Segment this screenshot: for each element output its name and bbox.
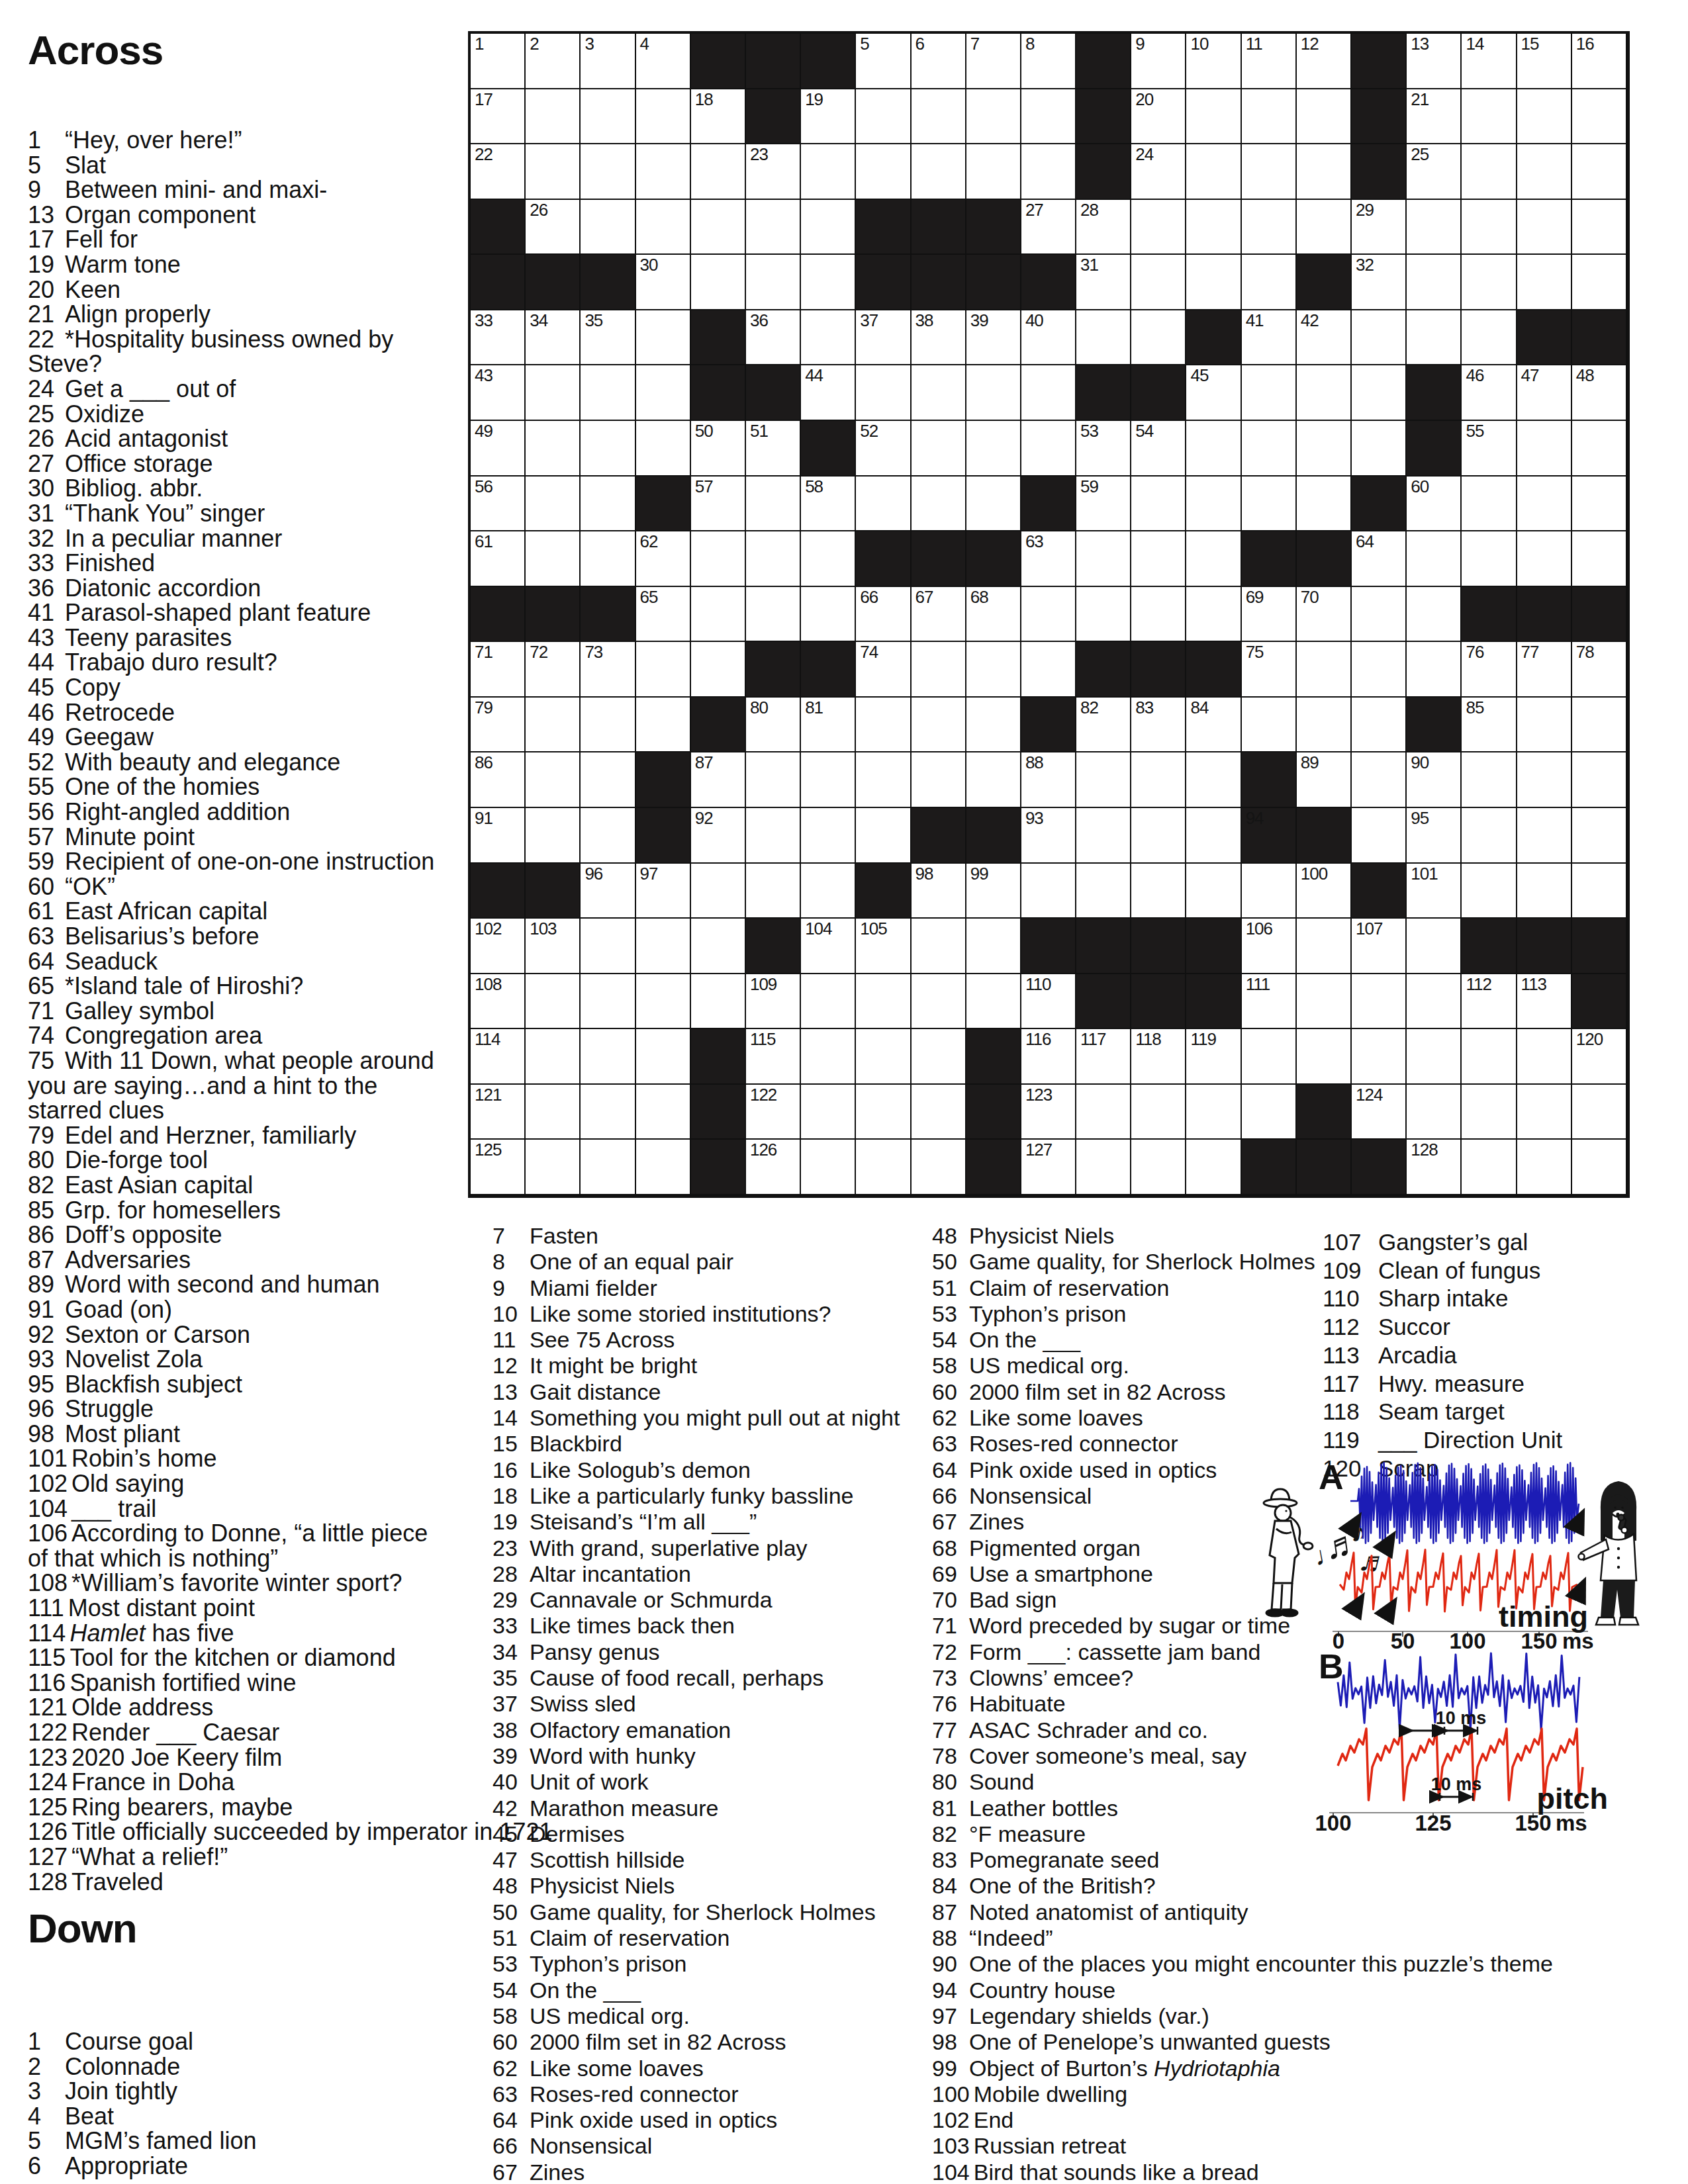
grid-cell-r17c16[interactable] bbox=[1352, 974, 1407, 1030]
grid-cell-r13c5[interactable] bbox=[746, 752, 801, 808]
grid-cell-r3c14[interactable] bbox=[1242, 200, 1297, 255]
grid-cell-r16c6[interactable]: 104 bbox=[801, 919, 856, 974]
grid-cell-r4c19[interactable] bbox=[1517, 255, 1572, 310]
grid-cell-r2c17[interactable]: 25 bbox=[1407, 144, 1462, 200]
grid-cell-r10c15[interactable]: 70 bbox=[1297, 587, 1352, 643]
grid-cell-r2c0[interactable]: 22 bbox=[471, 144, 526, 200]
grid-cell-r1c0[interactable]: 17 bbox=[471, 89, 526, 145]
grid-cell-r9c16[interactable]: 64 bbox=[1352, 531, 1407, 587]
grid-cell-r10c7[interactable]: 66 bbox=[856, 587, 911, 643]
grid-cell-r0c8[interactable]: 6 bbox=[912, 34, 966, 89]
grid-cell-r13c16[interactable] bbox=[1352, 752, 1407, 808]
grid-cell-r19c5[interactable]: 122 bbox=[746, 1085, 801, 1140]
grid-cell-r6c1[interactable] bbox=[526, 365, 581, 421]
grid-cell-r12c0[interactable]: 79 bbox=[471, 698, 526, 753]
grid-cell-r11c4[interactable] bbox=[691, 642, 746, 698]
grid-cell-r1c19[interactable] bbox=[1517, 89, 1572, 145]
grid-cell-r11c7[interactable]: 74 bbox=[856, 642, 911, 698]
grid-cell-r15c10[interactable] bbox=[1021, 864, 1076, 919]
grid-cell-r0c18[interactable]: 14 bbox=[1462, 34, 1517, 89]
grid-cell-r6c0[interactable]: 43 bbox=[471, 365, 526, 421]
grid-cell-r4c5[interactable] bbox=[746, 255, 801, 310]
grid-cell-r16c0[interactable]: 102 bbox=[471, 919, 526, 974]
grid-cell-r19c18[interactable] bbox=[1462, 1085, 1517, 1140]
grid-cell-r13c10[interactable]: 88 bbox=[1021, 752, 1076, 808]
grid-cell-r3c16[interactable]: 29 bbox=[1352, 200, 1407, 255]
grid-cell-r9c1[interactable] bbox=[526, 531, 581, 587]
grid-cell-r18c1[interactable] bbox=[526, 1029, 581, 1085]
grid-cell-r11c19[interactable]: 77 bbox=[1517, 642, 1572, 698]
grid-cell-r12c3[interactable] bbox=[636, 698, 691, 753]
grid-cell-r13c4[interactable]: 87 bbox=[691, 752, 746, 808]
grid-cell-r17c0[interactable]: 108 bbox=[471, 974, 526, 1030]
grid-cell-r0c10[interactable]: 8 bbox=[1021, 34, 1076, 89]
grid-cell-r11c14[interactable]: 75 bbox=[1242, 642, 1297, 698]
grid-cell-r18c3[interactable] bbox=[636, 1029, 691, 1085]
grid-cell-r7c2[interactable] bbox=[581, 421, 635, 477]
grid-cell-r17c15[interactable] bbox=[1297, 974, 1352, 1030]
grid-cell-r0c3[interactable]: 4 bbox=[636, 34, 691, 89]
grid-cell-r20c0[interactable]: 125 bbox=[471, 1140, 526, 1195]
grid-cell-r3c3[interactable] bbox=[636, 200, 691, 255]
grid-cell-r12c16[interactable] bbox=[1352, 698, 1407, 753]
grid-cell-r3c18[interactable] bbox=[1462, 200, 1517, 255]
grid-cell-r2c2[interactable] bbox=[581, 144, 635, 200]
grid-cell-r3c5[interactable] bbox=[746, 200, 801, 255]
grid-cell-r11c0[interactable]: 71 bbox=[471, 642, 526, 698]
grid-cell-r12c20[interactable] bbox=[1572, 698, 1627, 753]
grid-cell-r13c9[interactable] bbox=[966, 752, 1021, 808]
grid-cell-r12c11[interactable]: 82 bbox=[1076, 698, 1131, 753]
grid-cell-r14c10[interactable]: 93 bbox=[1021, 808, 1076, 864]
grid-cell-r4c18[interactable] bbox=[1462, 255, 1517, 310]
grid-cell-r11c8[interactable] bbox=[912, 642, 966, 698]
grid-cell-r6c20[interactable]: 48 bbox=[1572, 365, 1627, 421]
grid-cell-r10c14[interactable]: 69 bbox=[1242, 587, 1297, 643]
grid-cell-r19c20[interactable] bbox=[1572, 1085, 1627, 1140]
grid-cell-r0c0[interactable]: 1 bbox=[471, 34, 526, 89]
grid-cell-r13c19[interactable] bbox=[1517, 752, 1572, 808]
grid-cell-r8c19[interactable] bbox=[1517, 477, 1572, 532]
grid-cell-r1c2[interactable] bbox=[581, 89, 635, 145]
grid-cell-r19c2[interactable] bbox=[581, 1085, 635, 1140]
grid-cell-r6c14[interactable] bbox=[1242, 365, 1297, 421]
grid-cell-r16c4[interactable] bbox=[691, 919, 746, 974]
grid-cell-r11c16[interactable] bbox=[1352, 642, 1407, 698]
grid-cell-r0c17[interactable]: 13 bbox=[1407, 34, 1462, 89]
grid-cell-r0c14[interactable]: 11 bbox=[1242, 34, 1297, 89]
grid-cell-r0c15[interactable]: 12 bbox=[1297, 34, 1352, 89]
grid-cell-r18c10[interactable]: 116 bbox=[1021, 1029, 1076, 1085]
grid-cell-r7c20[interactable] bbox=[1572, 421, 1627, 477]
grid-cell-r7c12[interactable]: 54 bbox=[1131, 421, 1186, 477]
grid-cell-r2c19[interactable] bbox=[1517, 144, 1572, 200]
grid-cell-r18c6[interactable] bbox=[801, 1029, 856, 1085]
grid-cell-r11c9[interactable] bbox=[966, 642, 1021, 698]
grid-cell-r13c20[interactable] bbox=[1572, 752, 1627, 808]
grid-cell-r9c11[interactable] bbox=[1076, 531, 1131, 587]
grid-cell-r10c12[interactable] bbox=[1131, 587, 1186, 643]
grid-cell-r18c0[interactable]: 114 bbox=[471, 1029, 526, 1085]
grid-cell-r14c19[interactable] bbox=[1517, 808, 1572, 864]
grid-cell-r5c7[interactable]: 37 bbox=[856, 310, 911, 366]
grid-cell-r19c3[interactable] bbox=[636, 1085, 691, 1140]
grid-cell-r6c7[interactable] bbox=[856, 365, 911, 421]
grid-cell-r5c16[interactable] bbox=[1352, 310, 1407, 366]
grid-cell-r2c12[interactable]: 24 bbox=[1131, 144, 1186, 200]
grid-cell-r5c17[interactable] bbox=[1407, 310, 1462, 366]
grid-cell-r1c15[interactable] bbox=[1297, 89, 1352, 145]
grid-cell-r12c18[interactable]: 85 bbox=[1462, 698, 1517, 753]
grid-cell-r2c1[interactable] bbox=[526, 144, 581, 200]
grid-cell-r7c13[interactable] bbox=[1186, 421, 1241, 477]
grid-cell-r1c4[interactable]: 18 bbox=[691, 89, 746, 145]
grid-cell-r5c9[interactable]: 39 bbox=[966, 310, 1021, 366]
grid-cell-r17c8[interactable] bbox=[912, 974, 966, 1030]
grid-cell-r8c15[interactable] bbox=[1297, 477, 1352, 532]
grid-cell-r17c7[interactable] bbox=[856, 974, 911, 1030]
grid-cell-r7c5[interactable]: 51 bbox=[746, 421, 801, 477]
grid-cell-r17c9[interactable] bbox=[966, 974, 1021, 1030]
grid-cell-r3c12[interactable] bbox=[1131, 200, 1186, 255]
grid-cell-r7c10[interactable] bbox=[1021, 421, 1076, 477]
grid-cell-r13c12[interactable] bbox=[1131, 752, 1186, 808]
grid-cell-r18c12[interactable]: 118 bbox=[1131, 1029, 1186, 1085]
grid-cell-r11c2[interactable]: 73 bbox=[581, 642, 635, 698]
grid-cell-r10c11[interactable] bbox=[1076, 587, 1131, 643]
grid-cell-r4c13[interactable] bbox=[1186, 255, 1241, 310]
grid-cell-r3c2[interactable] bbox=[581, 200, 635, 255]
grid-cell-r15c15[interactable]: 100 bbox=[1297, 864, 1352, 919]
grid-cell-r14c6[interactable] bbox=[801, 808, 856, 864]
grid-cell-r1c10[interactable] bbox=[1021, 89, 1076, 145]
grid-cell-r11c10[interactable] bbox=[1021, 642, 1076, 698]
grid-cell-r7c0[interactable]: 49 bbox=[471, 421, 526, 477]
grid-cell-r13c7[interactable] bbox=[856, 752, 911, 808]
grid-cell-r15c5[interactable] bbox=[746, 864, 801, 919]
grid-cell-r16c9[interactable] bbox=[966, 919, 1021, 974]
grid-cell-r8c4[interactable]: 57 bbox=[691, 477, 746, 532]
grid-cell-r18c20[interactable]: 120 bbox=[1572, 1029, 1627, 1085]
grid-cell-r17c6[interactable] bbox=[801, 974, 856, 1030]
grid-cell-r17c17[interactable] bbox=[1407, 974, 1462, 1030]
grid-cell-r12c2[interactable] bbox=[581, 698, 635, 753]
grid-cell-r17c18[interactable]: 112 bbox=[1462, 974, 1517, 1030]
grid-cell-r16c14[interactable]: 106 bbox=[1242, 919, 1297, 974]
grid-cell-r13c8[interactable] bbox=[912, 752, 966, 808]
grid-cell-r14c18[interactable] bbox=[1462, 808, 1517, 864]
grid-cell-r14c2[interactable] bbox=[581, 808, 635, 864]
grid-cell-r6c18[interactable]: 46 bbox=[1462, 365, 1517, 421]
grid-cell-r15c18[interactable] bbox=[1462, 864, 1517, 919]
grid-cell-r0c13[interactable]: 10 bbox=[1186, 34, 1241, 89]
grid-cell-r12c9[interactable] bbox=[966, 698, 1021, 753]
grid-cell-r1c1[interactable] bbox=[526, 89, 581, 145]
grid-cell-r8c13[interactable] bbox=[1186, 477, 1241, 532]
grid-cell-r0c7[interactable]: 5 bbox=[856, 34, 911, 89]
grid-cell-r7c4[interactable]: 50 bbox=[691, 421, 746, 477]
grid-cell-r9c13[interactable] bbox=[1186, 531, 1241, 587]
grid-cell-r1c8[interactable] bbox=[912, 89, 966, 145]
grid-cell-r14c16[interactable] bbox=[1352, 808, 1407, 864]
grid-cell-r8c20[interactable] bbox=[1572, 477, 1627, 532]
grid-cell-r6c6[interactable]: 44 bbox=[801, 365, 856, 421]
grid-cell-r6c2[interactable] bbox=[581, 365, 635, 421]
grid-cell-r15c14[interactable] bbox=[1242, 864, 1297, 919]
grid-cell-r19c10[interactable]: 123 bbox=[1021, 1085, 1076, 1140]
grid-cell-r11c1[interactable]: 72 bbox=[526, 642, 581, 698]
grid-cell-r8c12[interactable] bbox=[1131, 477, 1186, 532]
grid-cell-r6c13[interactable]: 45 bbox=[1186, 365, 1241, 421]
grid-cell-r12c19[interactable] bbox=[1517, 698, 1572, 753]
grid-cell-r12c5[interactable]: 80 bbox=[746, 698, 801, 753]
grid-cell-r9c3[interactable]: 62 bbox=[636, 531, 691, 587]
grid-cell-r18c17[interactable] bbox=[1407, 1029, 1462, 1085]
grid-cell-r18c11[interactable]: 117 bbox=[1076, 1029, 1131, 1085]
grid-cell-r2c10[interactable] bbox=[1021, 144, 1076, 200]
grid-cell-r9c18[interactable] bbox=[1462, 531, 1517, 587]
grid-cell-r14c12[interactable] bbox=[1131, 808, 1186, 864]
grid-cell-r14c17[interactable]: 95 bbox=[1407, 808, 1462, 864]
grid-cell-r20c1[interactable] bbox=[526, 1140, 581, 1195]
grid-cell-r14c13[interactable] bbox=[1186, 808, 1241, 864]
grid-cell-r20c19[interactable] bbox=[1517, 1140, 1572, 1195]
grid-cell-r5c5[interactable]: 36 bbox=[746, 310, 801, 366]
grid-cell-r3c10[interactable]: 27 bbox=[1021, 200, 1076, 255]
grid-cell-r2c18[interactable] bbox=[1462, 144, 1517, 200]
grid-cell-r7c7[interactable]: 52 bbox=[856, 421, 911, 477]
grid-cell-r13c1[interactable] bbox=[526, 752, 581, 808]
grid-cell-r19c16[interactable]: 124 bbox=[1352, 1085, 1407, 1140]
grid-cell-r9c19[interactable] bbox=[1517, 531, 1572, 587]
grid-cell-r5c18[interactable] bbox=[1462, 310, 1517, 366]
grid-cell-r20c17[interactable]: 128 bbox=[1407, 1140, 1462, 1195]
grid-cell-r1c6[interactable]: 19 bbox=[801, 89, 856, 145]
grid-cell-r7c15[interactable] bbox=[1297, 421, 1352, 477]
grid-cell-r5c11[interactable] bbox=[1076, 310, 1131, 366]
grid-cell-r10c10[interactable] bbox=[1021, 587, 1076, 643]
grid-cell-r2c14[interactable] bbox=[1242, 144, 1297, 200]
grid-cell-r14c4[interactable]: 92 bbox=[691, 808, 746, 864]
grid-cell-r15c12[interactable] bbox=[1131, 864, 1186, 919]
grid-cell-r15c9[interactable]: 99 bbox=[966, 864, 1021, 919]
grid-cell-r8c2[interactable] bbox=[581, 477, 635, 532]
grid-cell-r0c1[interactable]: 2 bbox=[526, 34, 581, 89]
grid-cell-r10c17[interactable] bbox=[1407, 587, 1462, 643]
grid-cell-r17c3[interactable] bbox=[636, 974, 691, 1030]
grid-cell-r5c3[interactable] bbox=[636, 310, 691, 366]
grid-cell-r12c12[interactable]: 83 bbox=[1131, 698, 1186, 753]
grid-cell-r17c14[interactable]: 111 bbox=[1242, 974, 1297, 1030]
grid-cell-r13c2[interactable] bbox=[581, 752, 635, 808]
grid-cell-r5c0[interactable]: 33 bbox=[471, 310, 526, 366]
grid-cell-r20c11[interactable] bbox=[1076, 1140, 1131, 1195]
grid-cell-r7c14[interactable] bbox=[1242, 421, 1297, 477]
grid-cell-r13c11[interactable] bbox=[1076, 752, 1131, 808]
grid-cell-r15c8[interactable]: 98 bbox=[912, 864, 966, 919]
grid-cell-r3c20[interactable] bbox=[1572, 200, 1627, 255]
grid-cell-r8c0[interactable]: 56 bbox=[471, 477, 526, 532]
grid-cell-r8c8[interactable] bbox=[912, 477, 966, 532]
grid-cell-r14c11[interactable] bbox=[1076, 808, 1131, 864]
grid-cell-r9c12[interactable] bbox=[1131, 531, 1186, 587]
grid-cell-r15c13[interactable] bbox=[1186, 864, 1241, 919]
grid-cell-r17c1[interactable] bbox=[526, 974, 581, 1030]
grid-cell-r1c3[interactable] bbox=[636, 89, 691, 145]
grid-cell-r9c5[interactable] bbox=[746, 531, 801, 587]
grid-cell-r2c4[interactable] bbox=[691, 144, 746, 200]
grid-cell-r5c2[interactable]: 35 bbox=[581, 310, 635, 366]
grid-cell-r20c6[interactable] bbox=[801, 1140, 856, 1195]
grid-cell-r20c5[interactable]: 126 bbox=[746, 1140, 801, 1195]
grid-cell-r2c13[interactable] bbox=[1186, 144, 1241, 200]
grid-cell-r15c6[interactable] bbox=[801, 864, 856, 919]
grid-cell-r0c9[interactable]: 7 bbox=[966, 34, 1021, 89]
grid-cell-r7c8[interactable] bbox=[912, 421, 966, 477]
grid-cell-r19c6[interactable] bbox=[801, 1085, 856, 1140]
grid-cell-r9c17[interactable] bbox=[1407, 531, 1462, 587]
grid-cell-r8c11[interactable]: 59 bbox=[1076, 477, 1131, 532]
grid-cell-r2c9[interactable] bbox=[966, 144, 1021, 200]
grid-cell-r20c18[interactable] bbox=[1462, 1140, 1517, 1195]
grid-cell-r19c7[interactable] bbox=[856, 1085, 911, 1140]
grid-cell-r3c11[interactable]: 28 bbox=[1076, 200, 1131, 255]
grid-cell-r7c3[interactable] bbox=[636, 421, 691, 477]
grid-cell-r2c3[interactable] bbox=[636, 144, 691, 200]
grid-cell-r12c6[interactable]: 81 bbox=[801, 698, 856, 753]
grid-cell-r1c13[interactable] bbox=[1186, 89, 1241, 145]
grid-cell-r5c6[interactable] bbox=[801, 310, 856, 366]
grid-cell-r5c8[interactable]: 38 bbox=[912, 310, 966, 366]
grid-cell-r10c16[interactable] bbox=[1352, 587, 1407, 643]
grid-cell-r16c2[interactable] bbox=[581, 919, 635, 974]
grid-cell-r0c2[interactable]: 3 bbox=[581, 34, 635, 89]
grid-cell-r10c5[interactable] bbox=[746, 587, 801, 643]
grid-cell-r14c5[interactable] bbox=[746, 808, 801, 864]
grid-cell-r8c1[interactable] bbox=[526, 477, 581, 532]
grid-cell-r18c2[interactable] bbox=[581, 1029, 635, 1085]
grid-cell-r4c14[interactable] bbox=[1242, 255, 1297, 310]
grid-cell-r4c16[interactable]: 32 bbox=[1352, 255, 1407, 310]
grid-cell-r16c3[interactable] bbox=[636, 919, 691, 974]
grid-cell-r6c10[interactable] bbox=[1021, 365, 1076, 421]
grid-cell-r15c3[interactable]: 97 bbox=[636, 864, 691, 919]
grid-cell-r18c19[interactable] bbox=[1517, 1029, 1572, 1085]
grid-cell-r18c18[interactable] bbox=[1462, 1029, 1517, 1085]
grid-cell-r18c13[interactable]: 119 bbox=[1186, 1029, 1241, 1085]
grid-cell-r7c16[interactable] bbox=[1352, 421, 1407, 477]
grid-cell-r20c10[interactable]: 127 bbox=[1021, 1140, 1076, 1195]
grid-cell-r19c0[interactable]: 121 bbox=[471, 1085, 526, 1140]
grid-cell-r14c20[interactable] bbox=[1572, 808, 1627, 864]
grid-cell-r16c8[interactable] bbox=[912, 919, 966, 974]
grid-cell-r10c13[interactable] bbox=[1186, 587, 1241, 643]
grid-cell-r8c17[interactable]: 60 bbox=[1407, 477, 1462, 532]
grid-cell-r16c7[interactable]: 105 bbox=[856, 919, 911, 974]
grid-cell-r4c17[interactable] bbox=[1407, 255, 1462, 310]
grid-cell-r13c17[interactable]: 90 bbox=[1407, 752, 1462, 808]
grid-cell-r19c19[interactable] bbox=[1517, 1085, 1572, 1140]
grid-cell-r4c20[interactable] bbox=[1572, 255, 1627, 310]
grid-cell-r15c2[interactable]: 96 bbox=[581, 864, 635, 919]
grid-cell-r11c17[interactable] bbox=[1407, 642, 1462, 698]
grid-cell-r11c15[interactable] bbox=[1297, 642, 1352, 698]
grid-cell-r9c0[interactable]: 61 bbox=[471, 531, 526, 587]
grid-cell-r8c5[interactable] bbox=[746, 477, 801, 532]
grid-cell-r20c12[interactable] bbox=[1131, 1140, 1186, 1195]
grid-cell-r1c7[interactable] bbox=[856, 89, 911, 145]
grid-cell-r16c1[interactable]: 103 bbox=[526, 919, 581, 974]
grid-cell-r14c7[interactable] bbox=[856, 808, 911, 864]
grid-cell-r10c9[interactable]: 68 bbox=[966, 587, 1021, 643]
grid-cell-r7c18[interactable]: 55 bbox=[1462, 421, 1517, 477]
grid-cell-r3c19[interactable] bbox=[1517, 200, 1572, 255]
grid-cell-r17c19[interactable]: 113 bbox=[1517, 974, 1572, 1030]
grid-cell-r19c11[interactable] bbox=[1076, 1085, 1131, 1140]
grid-cell-r1c17[interactable]: 21 bbox=[1407, 89, 1462, 145]
grid-cell-r2c5[interactable]: 23 bbox=[746, 144, 801, 200]
grid-cell-r3c6[interactable] bbox=[801, 200, 856, 255]
grid-cell-r10c3[interactable]: 65 bbox=[636, 587, 691, 643]
grid-cell-r8c18[interactable] bbox=[1462, 477, 1517, 532]
grid-cell-r20c20[interactable] bbox=[1572, 1140, 1627, 1195]
grid-cell-r10c6[interactable] bbox=[801, 587, 856, 643]
grid-cell-r16c16[interactable]: 107 bbox=[1352, 919, 1407, 974]
grid-cell-r7c11[interactable]: 53 bbox=[1076, 421, 1131, 477]
grid-cell-r4c11[interactable]: 31 bbox=[1076, 255, 1131, 310]
grid-cell-r13c15[interactable]: 89 bbox=[1297, 752, 1352, 808]
grid-cell-r2c8[interactable] bbox=[912, 144, 966, 200]
grid-cell-r13c18[interactable] bbox=[1462, 752, 1517, 808]
grid-cell-r19c8[interactable] bbox=[912, 1085, 966, 1140]
grid-cell-r6c15[interactable] bbox=[1297, 365, 1352, 421]
grid-cell-r3c4[interactable] bbox=[691, 200, 746, 255]
grid-cell-r15c17[interactable]: 101 bbox=[1407, 864, 1462, 919]
grid-cell-r9c6[interactable] bbox=[801, 531, 856, 587]
grid-cell-r0c20[interactable]: 16 bbox=[1572, 34, 1627, 89]
grid-cell-r16c17[interactable] bbox=[1407, 919, 1462, 974]
grid-cell-r9c10[interactable]: 63 bbox=[1021, 531, 1076, 587]
grid-cell-r15c19[interactable] bbox=[1517, 864, 1572, 919]
grid-cell-r17c10[interactable]: 110 bbox=[1021, 974, 1076, 1030]
grid-cell-r7c19[interactable] bbox=[1517, 421, 1572, 477]
grid-cell-r1c20[interactable] bbox=[1572, 89, 1627, 145]
grid-cell-r5c14[interactable]: 41 bbox=[1242, 310, 1297, 366]
grid-cell-r12c13[interactable]: 84 bbox=[1186, 698, 1241, 753]
grid-cell-r17c5[interactable]: 109 bbox=[746, 974, 801, 1030]
grid-cell-r3c1[interactable]: 26 bbox=[526, 200, 581, 255]
grid-cell-r6c9[interactable] bbox=[966, 365, 1021, 421]
grid-cell-r6c8[interactable] bbox=[912, 365, 966, 421]
grid-cell-r2c20[interactable] bbox=[1572, 144, 1627, 200]
grid-cell-r17c2[interactable] bbox=[581, 974, 635, 1030]
grid-cell-r15c11[interactable] bbox=[1076, 864, 1131, 919]
grid-cell-r19c1[interactable] bbox=[526, 1085, 581, 1140]
grid-cell-r6c16[interactable] bbox=[1352, 365, 1407, 421]
grid-cell-r13c6[interactable] bbox=[801, 752, 856, 808]
grid-cell-r9c2[interactable] bbox=[581, 531, 635, 587]
grid-cell-r18c14[interactable] bbox=[1242, 1029, 1297, 1085]
grid-cell-r1c14[interactable] bbox=[1242, 89, 1297, 145]
grid-cell-r1c9[interactable] bbox=[966, 89, 1021, 145]
grid-cell-r20c8[interactable] bbox=[912, 1140, 966, 1195]
grid-cell-r9c20[interactable] bbox=[1572, 531, 1627, 587]
grid-cell-r12c14[interactable] bbox=[1242, 698, 1297, 753]
grid-cell-r11c3[interactable] bbox=[636, 642, 691, 698]
grid-cell-r17c4[interactable] bbox=[691, 974, 746, 1030]
grid-cell-r4c4[interactable] bbox=[691, 255, 746, 310]
grid-cell-r8c9[interactable] bbox=[966, 477, 1021, 532]
